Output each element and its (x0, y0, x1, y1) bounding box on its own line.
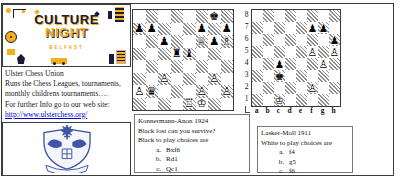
square-a4 (133, 60, 146, 73)
club-name: Ulster Chess Union (5, 69, 130, 79)
white-pawn: ♙ (319, 59, 328, 70)
square-g6: ♟ (208, 35, 221, 48)
square-a5 (252, 46, 263, 58)
file-label: e (295, 106, 306, 116)
rank-labels: 87654321 (243, 9, 250, 105)
file-label: a (251, 106, 262, 116)
square-g7 (208, 23, 221, 36)
choice-move: Bxf6 (166, 146, 180, 156)
ucu-crest-icon (34, 125, 100, 173)
square-g8 (318, 10, 329, 22)
square-h6: ♗ (221, 35, 234, 48)
logo-subtitle-belfast: BELFAST (3, 42, 130, 55)
rank-label: 1 (243, 93, 250, 105)
choice-move: f4 (289, 148, 295, 158)
square-d3 (285, 70, 296, 82)
black-pawn: ♟ (159, 36, 169, 48)
square-f3 (307, 70, 318, 82)
black-pawn: ♟ (319, 23, 328, 34)
square-c1: ♔ (274, 94, 285, 106)
square-f3 (196, 73, 209, 86)
black-pawn: ♟ (147, 23, 157, 35)
square-c8 (158, 10, 171, 23)
choice-row: b. Rd1 (138, 155, 246, 165)
culture-night-logo: CULTURE NIGHT BELFAST (2, 4, 131, 67)
square-b7: ♟ (146, 23, 159, 36)
square-h6: ♟ (329, 34, 340, 46)
black-king: ♚ (275, 71, 284, 82)
black-pawn: ♟ (222, 23, 232, 35)
choice-move: f6 (289, 167, 295, 177)
square-d2 (285, 82, 296, 94)
square-d6 (285, 34, 296, 46)
truck-icon (51, 58, 67, 64)
square-c5 (274, 46, 285, 58)
square-c2 (158, 85, 171, 98)
logo-title-night: NIGHT (3, 27, 130, 40)
square-e3 (183, 73, 196, 86)
square-f1 (307, 94, 318, 106)
file-label: c (273, 106, 284, 116)
white-king: ♔ (275, 95, 284, 106)
square-b5 (263, 46, 274, 58)
square-c3: ♚ (274, 70, 285, 82)
board-corner-mark (245, 106, 250, 113)
white-pawn: ♙ (222, 86, 232, 98)
square-g8: ♚ (208, 10, 221, 23)
square-c6 (274, 34, 285, 46)
choice-letter: b. (275, 158, 289, 168)
square-h3 (221, 73, 234, 86)
square-g2 (208, 85, 221, 98)
square-f8 (196, 10, 209, 23)
square-c1 (158, 98, 171, 111)
white-pawn: ♙ (197, 86, 207, 98)
puzzle-title: Konnermann-Anon 1924 (138, 117, 246, 127)
square-d2 (171, 85, 184, 98)
white-pawn: ♙ (209, 73, 219, 85)
square-h5 (221, 48, 234, 61)
square-a6 (252, 34, 263, 46)
club-info-line: monthly childrens tournaments…. (5, 89, 130, 99)
square-c7 (158, 23, 171, 36)
square-h3 (329, 70, 340, 82)
square-g3 (318, 70, 329, 82)
square-e6 (183, 35, 196, 48)
white-king: ♔ (197, 98, 207, 110)
square-a8 (133, 10, 146, 23)
square-b4 (146, 60, 159, 73)
file-label: h (328, 106, 339, 116)
white-pawn: ♙ (308, 83, 317, 94)
choice-row: c. Qc1 (138, 165, 246, 175)
black-bishop: ♝ (184, 48, 194, 60)
rank-label: 7 (243, 21, 250, 33)
square-h1 (329, 94, 340, 106)
square-h8 (329, 10, 340, 22)
choice-letter: a. (152, 146, 166, 156)
square-e4 (183, 60, 196, 73)
square-b7 (263, 22, 274, 34)
square-e2 (296, 82, 307, 94)
square-f6 (307, 34, 318, 46)
square-d4 (285, 58, 296, 70)
square-g1 (318, 94, 329, 106)
square-b1 (146, 98, 159, 111)
square-e7 (183, 23, 196, 36)
square-e8 (183, 10, 196, 23)
square-h7 (329, 22, 340, 34)
square-a2 (252, 82, 263, 94)
tower-icon (109, 54, 114, 64)
square-d1 (171, 98, 184, 111)
square-e5: ♝ (183, 48, 196, 61)
ucu-crest-box (2, 122, 131, 176)
square-c7 (274, 22, 285, 34)
square-h4 (221, 60, 234, 73)
square-f2: ♙ (307, 82, 318, 94)
square-d4 (171, 60, 184, 73)
decor-dot-icon (6, 8, 11, 13)
square-e3 (296, 70, 307, 82)
black-pawn: ♟ (308, 23, 317, 34)
choice-row: a. f4 (261, 148, 349, 158)
square-f6: ♕ (196, 35, 209, 48)
square-f1: ♔ (196, 98, 209, 111)
rank-label: 8 (243, 9, 250, 21)
black-rook: ♜ (172, 48, 182, 60)
square-a3 (252, 70, 263, 82)
rank-label: 6 (243, 33, 250, 45)
square-h2 (329, 82, 340, 94)
choice-move: Qc1 (166, 165, 178, 175)
square-e4 (296, 58, 307, 70)
square-a4 (252, 58, 263, 70)
square-h5: ♙ (329, 46, 340, 58)
square-c8 (274, 10, 285, 22)
choice-letter: b. (152, 155, 166, 165)
white-rook: ♖ (184, 98, 194, 110)
puzzle-subtitle: Black lost can you survive? (138, 127, 246, 137)
square-g4: ♙ (318, 58, 329, 70)
square-c4 (158, 60, 171, 73)
square-b5 (146, 48, 159, 61)
rank-label: 2 (243, 81, 250, 93)
square-c4: ♟ (274, 58, 285, 70)
square-g4 (208, 60, 221, 73)
black-pawn: ♟ (209, 36, 219, 48)
white-pawn: ♙ (308, 47, 317, 58)
choice-letter: c. (275, 167, 289, 177)
puzzle-prompt: White to play choices are (261, 139, 349, 149)
square-h8 (221, 10, 234, 23)
white-pawn: ♙ (134, 86, 144, 98)
square-a1 (252, 94, 263, 106)
square-a1 (133, 98, 146, 111)
square-g2 (318, 82, 329, 94)
square-c2 (274, 82, 285, 94)
square-e1: ♖ (183, 98, 196, 111)
white-bishop: ♗ (222, 36, 232, 48)
square-g6 (318, 34, 329, 46)
square-b2 (263, 82, 274, 94)
square-h7: ♟ (221, 23, 234, 36)
rank-label: 4 (243, 57, 250, 69)
square-f5: ♙ (307, 46, 318, 58)
club-info-line: For further Info go to our web site: (5, 100, 130, 110)
website-link[interactable]: http://www.ulsterchess.org/ (5, 110, 130, 120)
square-b3 (263, 70, 274, 82)
chess-board-konnermann: ♚♟♟♟♟♟♕♟♗♜♝♙♙♙♛♙♙♖♔ (132, 9, 234, 111)
club-info: Ulster Chess Union Runs the Chess League… (5, 69, 130, 120)
square-d8 (171, 10, 184, 23)
square-f7: ♟ (196, 23, 209, 36)
square-h4 (329, 58, 340, 70)
square-a8 (252, 10, 263, 22)
square-a7: ♟ (133, 23, 146, 36)
square-a2: ♙ (133, 85, 146, 98)
square-c3: ♙ (158, 73, 171, 86)
square-g5 (208, 48, 221, 61)
square-h1 (221, 98, 234, 111)
rank-label: 3 (243, 69, 250, 81)
square-e8 (296, 10, 307, 22)
square-b8 (263, 10, 274, 22)
rank-label: 5 (243, 45, 250, 57)
square-e5 (296, 46, 307, 58)
choice-row: a. Bxf6 (138, 146, 246, 156)
square-c6: ♟ (158, 35, 171, 48)
square-b2: ♛ (146, 85, 159, 98)
square-d8 (285, 10, 296, 22)
black-pawn: ♟ (134, 23, 144, 35)
choice-letter: a. (275, 148, 289, 158)
square-b8 (146, 10, 159, 23)
puzzle-prompt: Black to play choices are (138, 136, 246, 146)
square-d7 (171, 23, 184, 36)
square-e2 (183, 85, 196, 98)
square-a7 (252, 22, 263, 34)
square-f2: ♙ (196, 85, 209, 98)
white-pawn: ♙ (330, 47, 339, 58)
square-b1 (263, 94, 274, 106)
square-a3 (133, 73, 146, 86)
black-king: ♚ (209, 11, 219, 23)
pawn-silhouette-icon (17, 54, 25, 64)
black-queen: ♛ (147, 86, 157, 98)
square-d3 (171, 73, 184, 86)
square-g3: ♙ (208, 73, 221, 86)
square-e7 (296, 22, 307, 34)
white-pawn: ♙ (159, 73, 169, 85)
square-f4 (307, 58, 318, 70)
square-g1 (208, 98, 221, 111)
chess-board-lasker: ♟♟♟♙♙♟♙♚♙♔ (251, 9, 341, 107)
file-labels: abcdefgh (251, 106, 339, 116)
square-e6 (296, 34, 307, 46)
square-f8 (307, 10, 318, 22)
square-d5 (285, 46, 296, 58)
lasker-caption-box: Lasker-Moll 1911 White to play choices a… (257, 126, 353, 173)
file-label: d (284, 106, 295, 116)
square-c5 (158, 48, 171, 61)
black-pawn: ♟ (197, 23, 207, 35)
square-h2: ♙ (221, 85, 234, 98)
choice-row: b. g5 (261, 158, 349, 168)
square-f5 (196, 48, 209, 61)
square-e1 (296, 94, 307, 106)
square-a5 (133, 48, 146, 61)
choice-move: Rd1 (166, 155, 178, 165)
square-b3 (146, 73, 159, 86)
square-d7 (285, 22, 296, 34)
square-g7: ♟ (318, 22, 329, 34)
square-g5 (318, 46, 329, 58)
club-info-line: Runs the Chess Leagues, tournaments, (5, 79, 130, 89)
square-a6 (133, 35, 146, 48)
square-f4 (196, 60, 209, 73)
square-d1 (285, 94, 296, 106)
square-b6 (263, 34, 274, 46)
file-label: g (317, 106, 328, 116)
file-label: f (306, 106, 317, 116)
choice-move: g5 (289, 158, 296, 168)
square-b4 (263, 58, 274, 70)
square-d5: ♜ (171, 48, 184, 61)
choice-row: c. f6 (261, 167, 349, 177)
konnermann-caption-box: Konnermann-Anon 1924 Black lost can you … (134, 114, 250, 173)
white-queen: ♕ (197, 36, 207, 48)
puzzle-title: Lasker-Moll 1911 (261, 129, 349, 139)
square-b6 (146, 35, 159, 48)
square-d6 (171, 35, 184, 48)
file-label: b (262, 106, 273, 116)
black-pawn: ♟ (330, 35, 339, 46)
black-pawn: ♟ (275, 59, 284, 70)
choice-letter: c. (152, 165, 166, 175)
square-f7: ♟ (307, 22, 318, 34)
